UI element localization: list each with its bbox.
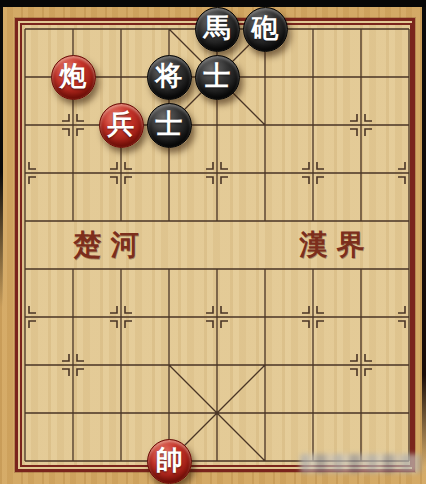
piece-glyph: 兵 (108, 111, 135, 138)
piece-black-cannon[interactable]: 砲 (243, 7, 288, 52)
xiangqi-board: 楚河 漢界 馬砲炮将士兵士帥 (0, 0, 426, 484)
letterbox-left-edge (0, 7, 3, 307)
piece-glyph: 馬 (204, 15, 231, 42)
piece-red-general[interactable]: 帥 (147, 439, 192, 484)
piece-black-advisor-1[interactable]: 士 (195, 55, 240, 100)
piece-glyph: 炮 (60, 63, 87, 90)
piece-glyph: 士 (156, 111, 183, 138)
piece-glyph: 砲 (252, 15, 279, 42)
letterbox-top-bar (0, 0, 426, 7)
piece-black-general[interactable]: 将 (147, 55, 192, 100)
piece-black-advisor-2[interactable]: 士 (147, 103, 192, 148)
letterbox-right-edge (422, 7, 426, 467)
piece-glyph: 将 (156, 63, 183, 90)
piece-red-cannon[interactable]: 炮 (51, 55, 96, 100)
pieces-layer: 馬砲炮将士兵士帥 (1, 5, 426, 484)
watermark-blur (300, 454, 421, 473)
piece-red-soldier[interactable]: 兵 (99, 103, 144, 148)
piece-black-horse[interactable]: 馬 (195, 7, 240, 52)
piece-glyph: 帥 (156, 447, 183, 474)
piece-glyph: 士 (204, 63, 231, 90)
